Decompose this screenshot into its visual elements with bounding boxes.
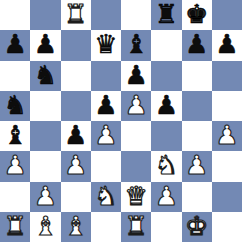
square-e2[interactable]: ♛ [121,182,151,212]
black-pawn[interactable]: ♟ [215,31,238,57]
white-bishop[interactable]: ♝ [64,213,87,239]
black-king[interactable]: ♚ [185,1,208,27]
square-f1[interactable] [151,212,181,242]
black-pawn[interactable]: ♟ [185,31,208,57]
square-a6[interactable] [0,61,30,91]
black-pawn[interactable]: ♟ [124,62,147,88]
chess-board: ♜♜♚♟♟♛♝♟♟♞♟♞♟♟♟♝♟♟♟♟♟♞♟♟♞♛♟♜♝♝♜♚ [0,0,242,242]
black-pawn[interactable]: ♟ [3,31,26,57]
black-rook[interactable]: ♜ [155,1,178,27]
black-pawn[interactable]: ♟ [94,92,117,118]
square-f5[interactable]: ♟ [151,91,181,121]
white-pawn[interactable]: ♟ [3,152,26,178]
white-pawn[interactable]: ♟ [64,152,87,178]
square-f8[interactable]: ♜ [151,0,181,30]
black-knight[interactable]: ♞ [3,92,26,118]
square-d5[interactable]: ♟ [91,91,121,121]
white-knight[interactable]: ♞ [155,152,178,178]
square-d6[interactable] [91,61,121,91]
square-c7[interactable] [61,30,91,60]
square-g1[interactable]: ♚ [182,212,212,242]
square-h7[interactable]: ♟ [212,30,242,60]
white-rook[interactable]: ♜ [3,213,26,239]
square-f7[interactable] [151,30,181,60]
square-d3[interactable] [91,151,121,181]
white-queen[interactable]: ♛ [124,183,147,209]
square-a1[interactable]: ♜ [0,212,30,242]
square-g6[interactable] [182,61,212,91]
white-bishop[interactable]: ♝ [34,213,57,239]
square-c1[interactable]: ♝ [61,212,91,242]
white-pawn[interactable]: ♟ [34,183,57,209]
square-d7[interactable]: ♛ [91,30,121,60]
square-h3[interactable] [212,151,242,181]
square-b4[interactable] [30,121,60,151]
square-g8[interactable]: ♚ [182,0,212,30]
square-c6[interactable] [61,61,91,91]
square-d8[interactable] [91,0,121,30]
black-pawn[interactable]: ♟ [34,31,57,57]
square-d2[interactable]: ♞ [91,182,121,212]
square-f3[interactable]: ♞ [151,151,181,181]
black-pawn[interactable]: ♟ [64,122,87,148]
white-pawn[interactable]: ♟ [124,92,147,118]
black-queen[interactable]: ♛ [94,31,117,57]
square-h6[interactable] [212,61,242,91]
square-c3[interactable]: ♟ [61,151,91,181]
square-b3[interactable] [30,151,60,181]
square-h2[interactable] [212,182,242,212]
square-h1[interactable] [212,212,242,242]
square-f4[interactable] [151,121,181,151]
square-b5[interactable] [30,91,60,121]
square-a3[interactable]: ♟ [0,151,30,181]
square-h4[interactable]: ♟ [212,121,242,151]
square-e7[interactable]: ♝ [121,30,151,60]
square-a4[interactable]: ♝ [0,121,30,151]
white-pawn[interactable]: ♟ [215,122,238,148]
square-c5[interactable] [61,91,91,121]
square-h5[interactable] [212,91,242,121]
square-e6[interactable]: ♟ [121,61,151,91]
black-bishop[interactable]: ♝ [3,122,26,148]
square-g2[interactable] [182,182,212,212]
square-c4[interactable]: ♟ [61,121,91,151]
white-knight[interactable]: ♞ [94,183,117,209]
square-a7[interactable]: ♟ [0,30,30,60]
square-f2[interactable]: ♟ [151,182,181,212]
black-knight[interactable]: ♞ [34,62,57,88]
square-e8[interactable] [121,0,151,30]
square-b7[interactable]: ♟ [30,30,60,60]
square-d1[interactable] [91,212,121,242]
square-b6[interactable]: ♞ [30,61,60,91]
square-g4[interactable] [182,121,212,151]
square-b1[interactable]: ♝ [30,212,60,242]
black-pawn[interactable]: ♟ [155,92,178,118]
square-a8[interactable] [0,0,30,30]
white-king[interactable]: ♚ [185,213,208,239]
square-c2[interactable] [61,182,91,212]
square-g3[interactable]: ♟ [182,151,212,181]
square-b8[interactable] [30,0,60,30]
square-e5[interactable]: ♟ [121,91,151,121]
square-e3[interactable] [121,151,151,181]
black-bishop[interactable]: ♝ [124,31,147,57]
square-g7[interactable]: ♟ [182,30,212,60]
square-b2[interactable]: ♟ [30,182,60,212]
square-a5[interactable]: ♞ [0,91,30,121]
square-e1[interactable]: ♜ [121,212,151,242]
square-d4[interactable]: ♟ [91,121,121,151]
white-pawn[interactable]: ♟ [185,152,208,178]
square-f6[interactable] [151,61,181,91]
white-pawn[interactable]: ♟ [94,122,117,148]
square-a2[interactable] [0,182,30,212]
white-rook[interactable]: ♜ [64,1,87,27]
square-c8[interactable]: ♜ [61,0,91,30]
square-h8[interactable] [212,0,242,30]
white-rook[interactable]: ♜ [124,213,147,239]
square-e4[interactable] [121,121,151,151]
white-pawn[interactable]: ♟ [155,183,178,209]
square-g5[interactable] [182,91,212,121]
